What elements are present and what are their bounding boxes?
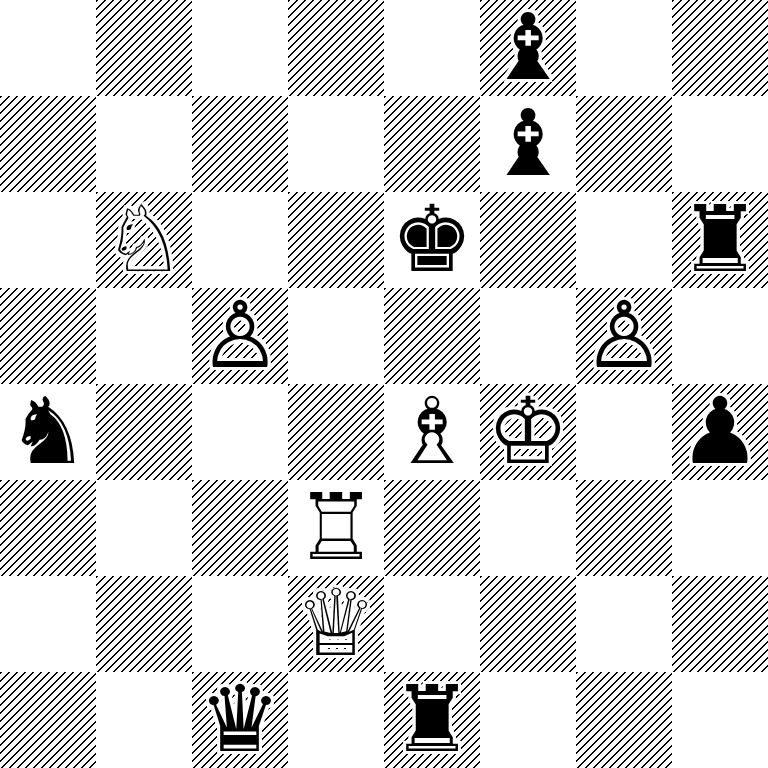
square-e4[interactable]: ♗ <box>384 384 480 480</box>
square-c3[interactable] <box>192 480 288 576</box>
square-d8[interactable] <box>288 0 384 96</box>
piece-black-queen[interactable]: ♛ <box>199 672 281 768</box>
square-d5[interactable] <box>288 288 384 384</box>
square-a1[interactable] <box>0 672 96 768</box>
square-a5[interactable] <box>0 288 96 384</box>
piece-black-bishop[interactable]: ♝ <box>487 0 569 96</box>
piece-white-pawn[interactable]: ♙ <box>199 288 281 384</box>
square-e2[interactable] <box>384 576 480 672</box>
square-a7[interactable] <box>0 96 96 192</box>
square-g1[interactable] <box>576 672 672 768</box>
square-c4[interactable] <box>192 384 288 480</box>
piece-black-rook[interactable]: ♜ <box>679 192 761 288</box>
square-g4[interactable] <box>576 384 672 480</box>
square-c2[interactable] <box>192 576 288 672</box>
square-b3[interactable] <box>96 480 192 576</box>
square-h3[interactable] <box>672 480 768 576</box>
square-b6[interactable]: ♘ <box>96 192 192 288</box>
square-c6[interactable] <box>192 192 288 288</box>
square-g3[interactable] <box>576 480 672 576</box>
square-a8[interactable] <box>0 0 96 96</box>
square-a6[interactable] <box>0 192 96 288</box>
piece-white-rook[interactable]: ♖ <box>295 480 377 576</box>
square-e6[interactable]: ♚ <box>384 192 480 288</box>
square-d4[interactable] <box>288 384 384 480</box>
square-a4[interactable]: ♞ <box>0 384 96 480</box>
piece-black-pawn[interactable]: ♟ <box>679 384 761 480</box>
square-c5[interactable]: ♙ <box>192 288 288 384</box>
square-g8[interactable] <box>576 0 672 96</box>
square-e7[interactable] <box>384 96 480 192</box>
square-d6[interactable] <box>288 192 384 288</box>
square-a3[interactable] <box>0 480 96 576</box>
square-f6[interactable] <box>480 192 576 288</box>
square-h1[interactable] <box>672 672 768 768</box>
square-b2[interactable] <box>96 576 192 672</box>
piece-white-knight[interactable]: ♘ <box>103 192 185 288</box>
piece-white-bishop[interactable]: ♗ <box>391 384 473 480</box>
square-f4[interactable]: ♔ <box>480 384 576 480</box>
square-e3[interactable] <box>384 480 480 576</box>
piece-white-queen[interactable]: ♕ <box>295 576 377 672</box>
square-f7[interactable]: ♝ <box>480 96 576 192</box>
square-c8[interactable] <box>192 0 288 96</box>
square-e1[interactable]: ♜ <box>384 672 480 768</box>
piece-white-king[interactable]: ♔ <box>487 384 569 480</box>
piece-black-king[interactable]: ♚ <box>391 192 473 288</box>
square-f2[interactable] <box>480 576 576 672</box>
square-f1[interactable] <box>480 672 576 768</box>
square-h4[interactable]: ♟ <box>672 384 768 480</box>
square-b5[interactable] <box>96 288 192 384</box>
square-f3[interactable] <box>480 480 576 576</box>
square-h6[interactable]: ♜ <box>672 192 768 288</box>
piece-black-knight[interactable]: ♞ <box>7 384 89 480</box>
square-g7[interactable] <box>576 96 672 192</box>
square-g6[interactable] <box>576 192 672 288</box>
square-e5[interactable] <box>384 288 480 384</box>
square-f8[interactable]: ♝ <box>480 0 576 96</box>
square-d3[interactable]: ♖ <box>288 480 384 576</box>
square-a2[interactable] <box>0 576 96 672</box>
square-d1[interactable] <box>288 672 384 768</box>
square-g5[interactable]: ♙ <box>576 288 672 384</box>
piece-white-pawn[interactable]: ♙ <box>583 288 665 384</box>
square-b8[interactable] <box>96 0 192 96</box>
square-e8[interactable] <box>384 0 480 96</box>
square-d7[interactable] <box>288 96 384 192</box>
square-b7[interactable] <box>96 96 192 192</box>
square-b1[interactable] <box>96 672 192 768</box>
square-c1[interactable]: ♛ <box>192 672 288 768</box>
piece-black-bishop[interactable]: ♝ <box>487 96 569 192</box>
square-c7[interactable] <box>192 96 288 192</box>
square-h2[interactable] <box>672 576 768 672</box>
square-h5[interactable] <box>672 288 768 384</box>
chess-board: ♝♝♘♚♜♙♙♞♗♔♟♖♕♛♜ <box>0 0 768 768</box>
square-h8[interactable] <box>672 0 768 96</box>
piece-black-rook[interactable]: ♜ <box>391 672 473 768</box>
square-h7[interactable] <box>672 96 768 192</box>
square-b4[interactable] <box>96 384 192 480</box>
square-g2[interactable] <box>576 576 672 672</box>
square-d2[interactable]: ♕ <box>288 576 384 672</box>
square-f5[interactable] <box>480 288 576 384</box>
